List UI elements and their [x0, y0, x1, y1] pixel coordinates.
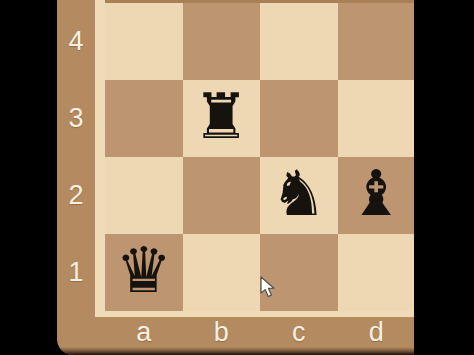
video-frame: 4 3 2 1 ♜ ♞ ♝ ♛ a b c d: [0, 0, 474, 355]
square-b2[interactable]: [183, 157, 261, 234]
square-c4[interactable]: [260, 3, 338, 80]
square-a2[interactable]: [105, 157, 183, 234]
rank-label-2: 2: [57, 157, 95, 234]
rank-labels: 4 3 2 1: [57, 3, 95, 311]
square-a3[interactable]: [105, 80, 183, 157]
square-d4[interactable]: [338, 3, 415, 80]
file-labels: a b c d: [105, 316, 414, 348]
square-d2[interactable]: ♝: [338, 157, 415, 234]
square-b1[interactable]: [183, 234, 261, 311]
bottom-edge-shadow: [57, 347, 414, 355]
file-label-c: c: [260, 316, 338, 348]
square-c2[interactable]: ♞: [260, 157, 338, 234]
mouse-cursor-icon: [260, 276, 276, 299]
chess-board: ♜ ♞ ♝ ♛: [105, 3, 414, 311]
rank-label-3: 3: [57, 80, 95, 157]
square-c1[interactable]: [260, 234, 338, 311]
chessboard-panel: 4 3 2 1 ♜ ♞ ♝ ♛ a b c d: [57, 0, 414, 355]
file-label-a: a: [105, 316, 183, 348]
square-b4[interactable]: [183, 3, 261, 80]
square-d3[interactable]: [338, 80, 415, 157]
square-d1[interactable]: [338, 234, 415, 311]
rank-label-1: 1: [57, 234, 95, 311]
rank-label-4: 4: [57, 3, 95, 80]
file-label-d: d: [338, 316, 415, 348]
black-bishop: ♝: [348, 162, 404, 225]
black-knight: ♞: [271, 162, 327, 225]
square-c3[interactable]: [260, 80, 338, 157]
letterbox-left: [0, 0, 57, 355]
square-b3[interactable]: ♜: [183, 80, 261, 157]
black-queen: ♛: [116, 239, 172, 302]
square-a4[interactable]: [105, 3, 183, 80]
file-label-b: b: [183, 316, 261, 348]
square-a1[interactable]: ♛: [105, 234, 183, 311]
black-rook: ♜: [193, 85, 249, 148]
letterbox-right: [414, 0, 474, 355]
